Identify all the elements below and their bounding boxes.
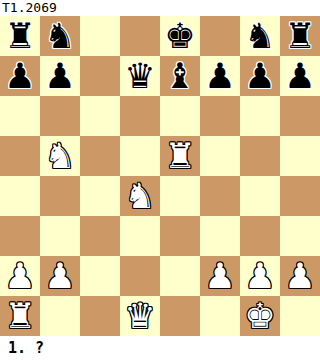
black-pawn-piece[interactable]: ♟ bbox=[204, 56, 235, 96]
square-f1[interactable] bbox=[200, 296, 240, 336]
square-d1[interactable]: ♛ bbox=[120, 296, 160, 336]
square-d7[interactable]: ♛ bbox=[120, 56, 160, 96]
white-queen-piece[interactable]: ♛ bbox=[124, 296, 155, 336]
white-king-piece[interactable]: ♚ bbox=[244, 296, 275, 336]
square-e7[interactable]: ♝ bbox=[160, 56, 200, 96]
square-e1[interactable] bbox=[160, 296, 200, 336]
square-c6[interactable] bbox=[80, 96, 120, 136]
square-g5[interactable] bbox=[240, 136, 280, 176]
square-f4[interactable] bbox=[200, 176, 240, 216]
white-rook-piece[interactable]: ♜ bbox=[164, 136, 195, 176]
square-a5[interactable] bbox=[0, 136, 40, 176]
square-h8[interactable]: ♜ bbox=[280, 16, 320, 56]
square-d6[interactable] bbox=[120, 96, 160, 136]
square-a8[interactable]: ♜ bbox=[0, 16, 40, 56]
white-pawn-piece[interactable]: ♟ bbox=[4, 256, 35, 296]
black-pawn-piece[interactable]: ♟ bbox=[284, 56, 315, 96]
square-b7[interactable]: ♟ bbox=[40, 56, 80, 96]
white-pawn-piece[interactable]: ♟ bbox=[244, 256, 275, 296]
black-knight-piece[interactable]: ♞ bbox=[244, 16, 275, 56]
square-g2[interactable]: ♟ bbox=[240, 256, 280, 296]
square-c2[interactable] bbox=[80, 256, 120, 296]
square-c8[interactable] bbox=[80, 16, 120, 56]
square-c7[interactable] bbox=[80, 56, 120, 96]
square-g3[interactable] bbox=[240, 216, 280, 256]
black-pawn-piece[interactable]: ♟ bbox=[44, 56, 75, 96]
square-f6[interactable] bbox=[200, 96, 240, 136]
white-rook-piece[interactable]: ♜ bbox=[4, 296, 35, 336]
black-bishop-piece[interactable]: ♝ bbox=[164, 56, 195, 96]
square-a7[interactable]: ♟ bbox=[0, 56, 40, 96]
square-b2[interactable]: ♟ bbox=[40, 256, 80, 296]
square-a6[interactable] bbox=[0, 96, 40, 136]
white-knight-piece[interactable]: ♞ bbox=[124, 176, 155, 216]
square-c4[interactable] bbox=[80, 176, 120, 216]
square-f5[interactable] bbox=[200, 136, 240, 176]
square-f7[interactable]: ♟ bbox=[200, 56, 240, 96]
square-f8[interactable] bbox=[200, 16, 240, 56]
square-f3[interactable] bbox=[200, 216, 240, 256]
square-h2[interactable]: ♟ bbox=[280, 256, 320, 296]
square-e5[interactable]: ♜ bbox=[160, 136, 200, 176]
square-e6[interactable] bbox=[160, 96, 200, 136]
chess-app-window: T1.2069 ♜♞♚♞♜♟♟♛♝♟♟♟♞♜♞♟♟♟♟♟♜♛♚ 1. ? bbox=[0, 0, 320, 360]
square-e4[interactable] bbox=[160, 176, 200, 216]
square-h6[interactable] bbox=[280, 96, 320, 136]
puzzle-title: T1.2069 bbox=[0, 0, 320, 16]
square-b3[interactable] bbox=[40, 216, 80, 256]
black-queen-piece[interactable]: ♛ bbox=[124, 56, 155, 96]
black-king-piece[interactable]: ♚ bbox=[164, 16, 195, 56]
square-c1[interactable] bbox=[80, 296, 120, 336]
square-b6[interactable] bbox=[40, 96, 80, 136]
chess-board: ♜♞♚♞♜♟♟♛♝♟♟♟♞♜♞♟♟♟♟♟♜♛♚ bbox=[0, 16, 320, 336]
square-h4[interactable] bbox=[280, 176, 320, 216]
black-pawn-piece[interactable]: ♟ bbox=[244, 56, 275, 96]
square-c3[interactable] bbox=[80, 216, 120, 256]
square-b5[interactable]: ♞ bbox=[40, 136, 80, 176]
square-c5[interactable] bbox=[80, 136, 120, 176]
move-prompt: 1. ? bbox=[0, 336, 320, 360]
black-pawn-piece[interactable]: ♟ bbox=[4, 56, 35, 96]
square-g4[interactable] bbox=[240, 176, 280, 216]
square-d2[interactable] bbox=[120, 256, 160, 296]
square-e8[interactable]: ♚ bbox=[160, 16, 200, 56]
square-g8[interactable]: ♞ bbox=[240, 16, 280, 56]
square-b8[interactable]: ♞ bbox=[40, 16, 80, 56]
white-pawn-piece[interactable]: ♟ bbox=[284, 256, 315, 296]
square-g6[interactable] bbox=[240, 96, 280, 136]
square-a2[interactable]: ♟ bbox=[0, 256, 40, 296]
square-e3[interactable] bbox=[160, 216, 200, 256]
square-b4[interactable] bbox=[40, 176, 80, 216]
square-a4[interactable] bbox=[0, 176, 40, 216]
white-knight-piece[interactable]: ♞ bbox=[44, 136, 75, 176]
square-e2[interactable] bbox=[160, 256, 200, 296]
square-a1[interactable]: ♜ bbox=[0, 296, 40, 336]
square-d5[interactable] bbox=[120, 136, 160, 176]
black-rook-piece[interactable]: ♜ bbox=[4, 16, 35, 56]
white-pawn-piece[interactable]: ♟ bbox=[204, 256, 235, 296]
square-d4[interactable]: ♞ bbox=[120, 176, 160, 216]
square-h5[interactable] bbox=[280, 136, 320, 176]
black-rook-piece[interactable]: ♜ bbox=[284, 16, 315, 56]
square-h7[interactable]: ♟ bbox=[280, 56, 320, 96]
square-g1[interactable]: ♚ bbox=[240, 296, 280, 336]
square-f2[interactable]: ♟ bbox=[200, 256, 240, 296]
white-pawn-piece[interactable]: ♟ bbox=[44, 256, 75, 296]
square-d3[interactable] bbox=[120, 216, 160, 256]
square-h1[interactable] bbox=[280, 296, 320, 336]
square-g7[interactable]: ♟ bbox=[240, 56, 280, 96]
black-knight-piece[interactable]: ♞ bbox=[44, 16, 75, 56]
square-d8[interactable] bbox=[120, 16, 160, 56]
square-h3[interactable] bbox=[280, 216, 320, 256]
square-a3[interactable] bbox=[0, 216, 40, 256]
square-b1[interactable] bbox=[40, 296, 80, 336]
